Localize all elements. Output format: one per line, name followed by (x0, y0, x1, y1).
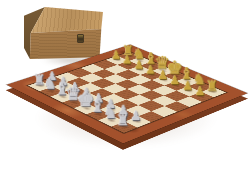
brass-pawn-icon: ♟ (187, 85, 213, 97)
silver-rook-icon: ♜ (109, 112, 137, 127)
chess-set-photo: ♜♞♝♛♚♝♞♜♟♟♟♟♟♟♟♟♟♟♟♟♟♟♟♟♜♞♝♛♚♝♞♜ (0, 0, 250, 189)
chess-board: ♜♞♝♛♚♝♞♜♟♟♟♟♟♟♟♟♟♟♟♟♟♟♟♟♜♞♝♛♚♝♞♜ (7, 45, 247, 144)
board-scene: ♜♞♝♛♚♝♞♜♟♟♟♟♟♟♟♟♟♟♟♟♟♟♟♟♜♞♝♛♚♝♞♜ (0, 0, 250, 189)
